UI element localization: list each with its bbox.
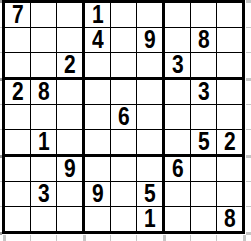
- grid-tick: [246, 129, 251, 130]
- cell-r1c3[interactable]: [57, 3, 85, 28]
- cell-r8c4[interactable]: 9: [85, 182, 111, 207]
- cell-r4c9[interactable]: [217, 80, 242, 105]
- cell-r6c9[interactable]: 2: [217, 130, 242, 157]
- grid-tick: [246, 181, 251, 182]
- cell-r3c4[interactable]: [85, 53, 111, 80]
- given-digit: 6: [172, 156, 184, 182]
- cell-r6c8[interactable]: 5: [191, 130, 217, 157]
- given-digit: 8: [224, 206, 236, 232]
- grid-tick: [56, 235, 57, 241]
- cell-r6c2[interactable]: 1: [31, 130, 57, 157]
- given-digit: 5: [198, 129, 210, 155]
- cell-r2c6[interactable]: 9: [137, 28, 165, 53]
- cell-r9c8[interactable]: [191, 207, 217, 231]
- cell-r7c5[interactable]: [111, 157, 137, 182]
- grid-tick: [246, 27, 251, 28]
- cell-r4c8[interactable]: 3: [191, 80, 217, 105]
- cell-r8c8[interactable]: [191, 182, 217, 207]
- cell-r2c8[interactable]: 8: [191, 28, 217, 53]
- cell-r2c5[interactable]: [111, 28, 137, 53]
- cell-r3c9[interactable]: [217, 53, 242, 80]
- grid-tick: [0, 232, 2, 235]
- grid-tick: [246, 104, 251, 105]
- grid-tick: [246, 52, 251, 53]
- cell-r8c3[interactable]: [57, 182, 85, 207]
- given-digit: 9: [92, 181, 104, 207]
- cell-r2c2[interactable]: [31, 28, 57, 53]
- sudoku-app: 714982328361529639518: [0, 0, 251, 241]
- cell-r3c2[interactable]: [31, 53, 57, 80]
- cell-r1c1[interactable]: 7: [5, 3, 31, 28]
- cell-r7c1[interactable]: [5, 157, 31, 182]
- given-digit: 3: [38, 181, 50, 207]
- grid-tick: [110, 235, 111, 241]
- cell-r3c8[interactable]: [191, 53, 217, 80]
- cell-r4c7[interactable]: [165, 80, 191, 105]
- cell-r4c1[interactable]: 2: [5, 80, 31, 105]
- cell-r5c1[interactable]: [5, 105, 31, 130]
- given-digit: 4: [92, 27, 104, 53]
- cell-r2c4[interactable]: 4: [85, 28, 111, 53]
- cell-r6c6[interactable]: [137, 130, 165, 157]
- cell-r3c6[interactable]: [137, 53, 165, 80]
- cell-r9c9[interactable]: 8: [217, 207, 242, 231]
- cell-r6c3[interactable]: [57, 130, 85, 157]
- grid-tick: [216, 235, 217, 241]
- cell-r7c8[interactable]: [191, 157, 217, 182]
- sudoku-board: 714982328361529639518: [2, 0, 245, 234]
- grid-tick: [0, 78, 2, 81]
- cell-r1c2[interactable]: [31, 3, 57, 28]
- cell-r8c7[interactable]: [165, 182, 191, 207]
- cell-r6c4[interactable]: [85, 130, 111, 157]
- grid-tick: [83, 235, 86, 241]
- cell-r3c1[interactable]: [5, 53, 31, 80]
- given-digit: 6: [118, 104, 130, 130]
- cell-r6c7[interactable]: [165, 130, 191, 157]
- cell-r5c7[interactable]: [165, 105, 191, 130]
- cell-r8c1[interactable]: [5, 182, 31, 207]
- cell-r4c2[interactable]: 8: [31, 80, 57, 105]
- cell-r5c5[interactable]: 6: [111, 105, 137, 130]
- grid-tick: [30, 235, 31, 241]
- given-digit: 3: [198, 79, 210, 105]
- grid-tick: [0, 129, 2, 130]
- cell-r1c7[interactable]: [165, 3, 191, 28]
- cell-r9c2[interactable]: [31, 207, 57, 231]
- cell-r3c5[interactable]: [111, 53, 137, 80]
- grid-tick: [246, 232, 251, 235]
- grid-tick: [190, 235, 191, 241]
- grid-tick: [0, 155, 2, 158]
- grid-tick: [246, 0, 251, 3]
- grid-tick: [246, 206, 251, 207]
- cell-r3c7[interactable]: 3: [165, 53, 191, 80]
- grid-tick: [0, 181, 2, 182]
- grid-tick: [0, 206, 2, 207]
- cell-r9c5[interactable]: [111, 207, 137, 231]
- cell-r7c9[interactable]: [217, 157, 242, 182]
- given-digit: 1: [144, 206, 156, 232]
- grid-tick: [246, 155, 251, 158]
- cell-r9c7[interactable]: [165, 207, 191, 231]
- given-digit: 8: [198, 27, 210, 53]
- cell-r6c5[interactable]: [111, 130, 137, 157]
- cell-r2c1[interactable]: [5, 28, 31, 53]
- grid-tick: [136, 235, 137, 241]
- cell-r8c2[interactable]: 3: [31, 182, 57, 207]
- given-digit: 2: [224, 129, 236, 155]
- cell-r4c4[interactable]: [85, 80, 111, 105]
- cell-r5c3[interactable]: [57, 105, 85, 130]
- grid-tick: [163, 235, 166, 241]
- cell-r9c3[interactable]: [57, 207, 85, 231]
- cell-r8c5[interactable]: [111, 182, 137, 207]
- grid-tick: [0, 52, 2, 53]
- grid-tick: [0, 0, 2, 3]
- given-digit: 2: [64, 52, 76, 78]
- grid-tick: [3, 235, 6, 241]
- cell-r2c9[interactable]: [217, 28, 242, 53]
- given-digit: 8: [38, 79, 50, 105]
- cell-r1c5[interactable]: [111, 3, 137, 28]
- cell-r9c6[interactable]: 1: [137, 207, 165, 231]
- cell-r5c4[interactable]: [85, 105, 111, 130]
- cell-r6c1[interactable]: [5, 130, 31, 157]
- cell-r7c3[interactable]: 9: [57, 157, 85, 182]
- given-digit: 7: [12, 2, 24, 28]
- cell-r5c6[interactable]: [137, 105, 165, 130]
- cell-r4c3[interactable]: [57, 80, 85, 105]
- given-digit: 1: [38, 129, 50, 155]
- grid-tick: [246, 78, 251, 81]
- given-digit: 2: [12, 79, 24, 105]
- cell-r9c1[interactable]: [5, 207, 31, 231]
- given-digit: 3: [172, 52, 184, 78]
- cell-r1c9[interactable]: [217, 3, 242, 28]
- cell-r4c6[interactable]: [137, 80, 165, 105]
- given-digit: 9: [64, 156, 76, 182]
- given-digit: 9: [144, 27, 156, 53]
- grid-tick: [0, 27, 2, 28]
- grid-tick: [243, 235, 246, 241]
- cell-r7c7[interactable]: 6: [165, 157, 191, 182]
- cell-r3c3[interactable]: 2: [57, 53, 85, 80]
- grid-tick: [0, 104, 2, 105]
- cell-r9c4[interactable]: [85, 207, 111, 231]
